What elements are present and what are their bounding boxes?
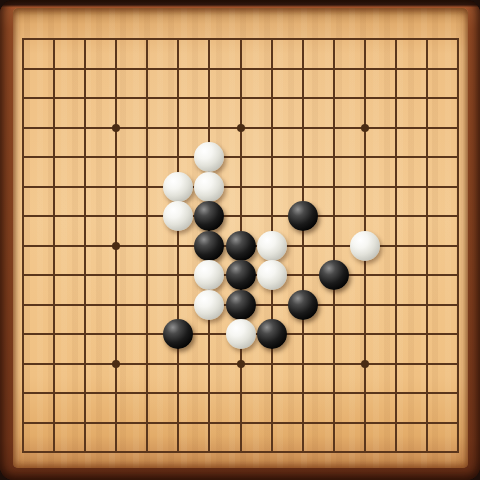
black-stone — [226, 231, 256, 261]
grid-line-horizontal — [22, 451, 459, 453]
grid-line-vertical — [302, 38, 304, 453]
white-stone — [163, 201, 193, 231]
gomoku-board[interactable] — [13, 8, 468, 468]
black-stone — [257, 319, 287, 349]
grid-line-horizontal — [22, 392, 459, 394]
black-stone — [226, 260, 256, 290]
white-stone — [194, 260, 224, 290]
black-stone — [288, 201, 318, 231]
white-stone — [257, 260, 287, 290]
star-point — [237, 360, 245, 368]
white-stone — [350, 231, 380, 261]
star-point — [361, 360, 369, 368]
grid-line-horizontal — [22, 422, 459, 424]
black-stone — [288, 290, 318, 320]
black-stone — [194, 201, 224, 231]
star-point — [237, 124, 245, 132]
white-stone — [163, 172, 193, 202]
grid-line-vertical — [426, 38, 428, 453]
white-stone — [226, 319, 256, 349]
grid-line-vertical — [395, 38, 397, 453]
black-stone — [163, 319, 193, 349]
black-stone — [226, 290, 256, 320]
white-stone — [194, 172, 224, 202]
board-grid[interactable] — [23, 39, 458, 452]
grid-line-vertical — [457, 38, 459, 453]
white-stone — [257, 231, 287, 261]
black-stone — [194, 231, 224, 261]
grid-line-vertical — [333, 38, 335, 453]
white-stone — [194, 290, 224, 320]
star-point — [112, 242, 120, 250]
gomoku-app — [0, 0, 480, 480]
star-point — [112, 360, 120, 368]
black-stone — [319, 260, 349, 290]
star-point — [361, 124, 369, 132]
star-point — [112, 124, 120, 132]
white-stone — [194, 142, 224, 172]
